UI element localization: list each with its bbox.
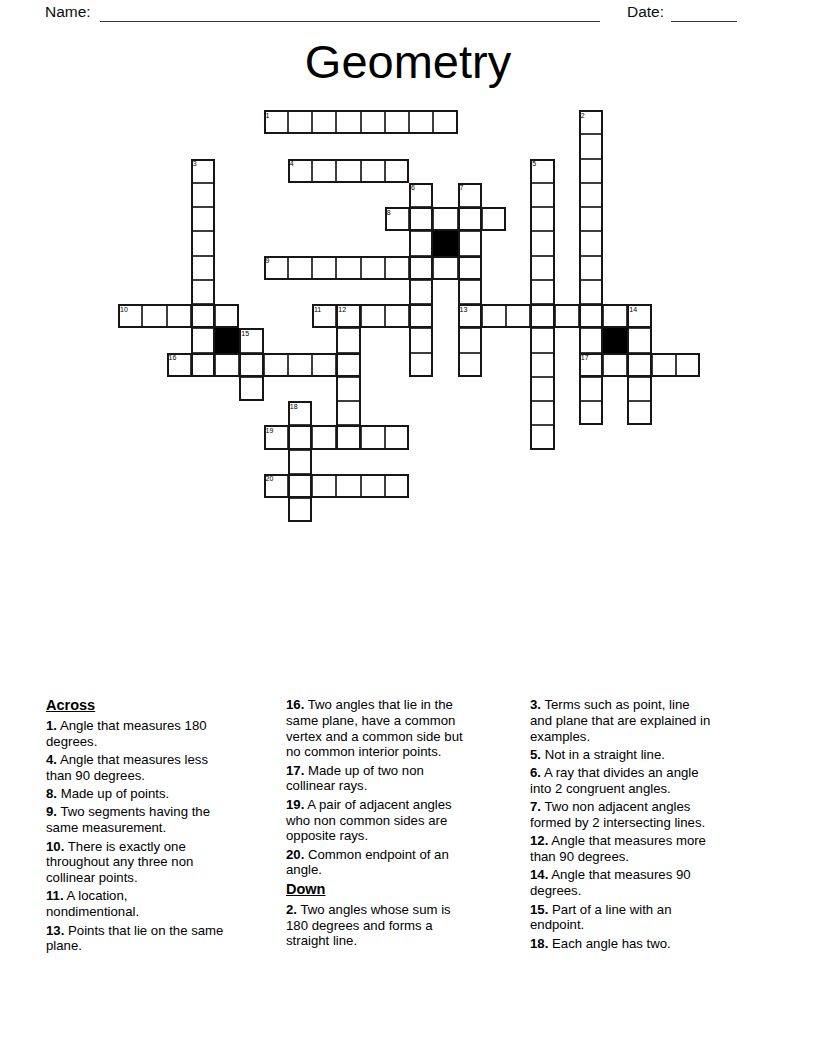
black-cell	[603, 328, 627, 352]
grid-cell[interactable]	[676, 353, 700, 377]
clue-text: Angle that measures less than 90 degrees…	[46, 752, 208, 783]
clue-text: Made up of points.	[57, 786, 169, 801]
name-blank-line	[100, 21, 600, 22]
clue-text: Not in a straight line.	[541, 747, 665, 762]
clue-number-label: 15.	[530, 902, 548, 917]
grid-cell[interactable]	[385, 256, 409, 280]
crossword-grid[interactable]: 1234567891011121314151617181920	[118, 110, 701, 523]
clue-number-label: 16.	[286, 697, 304, 712]
grid-cell[interactable]	[361, 159, 385, 183]
clue-number-label: 8.	[46, 786, 57, 801]
grid-cell[interactable]	[312, 256, 336, 280]
grid-cell[interactable]	[458, 231, 482, 255]
grid-cell[interactable]	[530, 231, 554, 255]
clue-text: Angle that measures 90 degrees.	[530, 867, 691, 898]
grid-cell[interactable]	[409, 304, 433, 328]
grid-cell[interactable]	[288, 425, 312, 449]
grid-cell[interactable]	[288, 110, 312, 134]
grid-cell[interactable]	[336, 401, 360, 425]
grid-cell[interactable]	[167, 353, 191, 377]
grid-cell[interactable]	[385, 110, 409, 134]
grid-cell[interactable]	[409, 328, 433, 352]
grid-cell[interactable]	[312, 353, 336, 377]
clue-number-label: 2.	[286, 902, 297, 917]
grid-cell[interactable]	[530, 280, 554, 304]
grid-cell[interactable]	[458, 256, 482, 280]
clues-heading-down: Down	[286, 881, 522, 898]
grid-cell[interactable]	[458, 207, 482, 231]
grid-cell[interactable]	[361, 425, 385, 449]
clue-item-15: 15. Part of a line with an endpoint.	[530, 902, 766, 934]
grid-cell[interactable]	[530, 207, 554, 231]
clue-text: Each angle has two.	[548, 936, 670, 951]
grid-cell[interactable]	[191, 159, 215, 183]
grid-cell[interactable]	[627, 401, 651, 425]
grid-cell[interactable]	[579, 401, 603, 425]
black-cell	[215, 328, 239, 352]
clue-item-18: 18. Each angle has two.	[530, 936, 766, 952]
grid-cell[interactable]	[409, 110, 433, 134]
clue-text: Common endpoint of an angle.	[286, 847, 449, 878]
grid-cell[interactable]	[191, 207, 215, 231]
clue-number-label: 13.	[46, 923, 64, 938]
grid-cell[interactable]	[530, 401, 554, 425]
date-label: Date:	[627, 3, 664, 21]
clue-item-8: 8. Made up of points.	[46, 786, 282, 802]
clue-text: Angle that measures 180 degrees.	[46, 718, 207, 749]
grid-cell[interactable]	[385, 425, 409, 449]
grid-cell[interactable]	[579, 110, 603, 134]
clue-column-1: Across1. Angle that measures 180 degrees…	[46, 697, 282, 957]
grid-cell[interactable]	[385, 159, 409, 183]
clue-number-label: 17.	[286, 763, 304, 778]
grid-cell[interactable]	[288, 256, 312, 280]
clue-text: Made up of two non collinear rays.	[286, 763, 424, 794]
grid-cell[interactable]	[579, 353, 603, 377]
grid-cell[interactable]	[361, 304, 385, 328]
grid-cell[interactable]	[264, 474, 288, 498]
clue-number-label: 20.	[286, 847, 304, 862]
grid-cell[interactable]	[579, 134, 603, 158]
grid-cell[interactable]	[530, 159, 554, 183]
clue-number-label: 19.	[286, 797, 304, 812]
grid-cell[interactable]	[579, 231, 603, 255]
grid-cell[interactable]	[336, 377, 360, 401]
clue-text: There is exactly one throughout any thre…	[46, 839, 193, 886]
grid-cell[interactable]	[385, 207, 409, 231]
grid-cell[interactable]	[458, 304, 482, 328]
clue-item-20: 20. Common endpoint of an angle.	[286, 847, 522, 879]
grid-cell[interactable]	[433, 207, 457, 231]
clue-text: Two non adjacent angles formed by 2 inte…	[530, 799, 705, 830]
grid-cell[interactable]	[142, 304, 166, 328]
grid-cell[interactable]	[603, 353, 627, 377]
grid-cell[interactable]	[215, 353, 239, 377]
grid-cell[interactable]	[264, 110, 288, 134]
grid-cell[interactable]	[361, 474, 385, 498]
grid-cell[interactable]	[191, 328, 215, 352]
grid-cell[interactable]	[288, 450, 312, 474]
clue-column-2: 16. Two angles that lie in the same plan…	[286, 697, 522, 952]
grid-cell[interactable]	[215, 304, 239, 328]
grid-cell[interactable]	[627, 328, 651, 352]
grid-cell[interactable]	[530, 328, 554, 352]
grid-cell[interactable]	[288, 474, 312, 498]
grid-cell[interactable]	[191, 304, 215, 328]
grid-cell[interactable]	[336, 474, 360, 498]
grid-cell[interactable]	[361, 110, 385, 134]
page-title: Geometry	[0, 34, 816, 89]
grid-cell[interactable]	[530, 377, 554, 401]
grid-cell[interactable]	[167, 304, 191, 328]
clue-number-label: 9.	[46, 804, 57, 819]
grid-cell[interactable]	[191, 256, 215, 280]
grid-cell[interactable]	[336, 328, 360, 352]
grid-cell[interactable]	[409, 183, 433, 207]
grid-cell[interactable]	[409, 280, 433, 304]
clue-text: Two segments having the same measurement…	[46, 804, 210, 835]
grid-cell[interactable]	[409, 353, 433, 377]
grid-cell[interactable]	[579, 183, 603, 207]
grid-cell[interactable]	[191, 280, 215, 304]
clue-text: Angle that measures more than 90 degrees…	[530, 833, 706, 864]
clue-item-9: 9. Two segments having the same measurem…	[46, 804, 282, 836]
grid-cell[interactable]	[288, 353, 312, 377]
grid-cell[interactable]	[579, 280, 603, 304]
grid-cell[interactable]	[627, 304, 651, 328]
clue-text: Two angles that lie in the same plane, h…	[286, 697, 463, 759]
clue-text: A pair of adjacent angles who non common…	[286, 797, 452, 844]
grid-cell[interactable]	[409, 256, 433, 280]
clue-number-label: 3.	[530, 697, 541, 712]
grid-cell[interactable]	[336, 256, 360, 280]
grid-cell[interactable]	[530, 425, 554, 449]
date-blank-line	[671, 21, 737, 22]
grid-cell[interactable]	[530, 304, 554, 328]
clue-text: Two angles whose sum is 180 degrees and …	[286, 902, 451, 949]
grid-cell[interactable]	[409, 231, 433, 255]
grid-cell[interactable]	[191, 231, 215, 255]
grid-cell[interactable]	[239, 353, 263, 377]
grid-cell[interactable]	[191, 353, 215, 377]
grid-cell[interactable]	[336, 425, 360, 449]
grid-cell[interactable]	[239, 328, 263, 352]
clue-item-4: 4. Angle that measures less than 90 degr…	[46, 752, 282, 784]
clue-item-1: 1. Angle that measures 180 degrees.	[46, 718, 282, 750]
grid-cell[interactable]	[409, 207, 433, 231]
grid-cell[interactable]	[458, 183, 482, 207]
grid-cell[interactable]	[555, 304, 579, 328]
grid-cell[interactable]	[264, 353, 288, 377]
grid-cell[interactable]	[433, 110, 457, 134]
grid-cell[interactable]	[385, 474, 409, 498]
grid-cell[interactable]	[312, 159, 336, 183]
grid-cell[interactable]	[336, 159, 360, 183]
grid-cell[interactable]	[579, 304, 603, 328]
grid-cell[interactable]	[579, 328, 603, 352]
grid-cell[interactable]	[579, 256, 603, 280]
clue-item-12: 12. Angle that measures more than 90 deg…	[530, 833, 766, 865]
clue-column-3: 3. Terms such as point, line and plane t…	[530, 697, 766, 954]
crossword-worksheet: Name: Date: Geometry 1234567891011121314…	[0, 0, 816, 1056]
name-label: Name:	[45, 3, 91, 21]
grid-cell[interactable]	[191, 183, 215, 207]
grid-cell[interactable]	[652, 353, 676, 377]
grid-cell[interactable]	[312, 110, 336, 134]
clue-number-label: 11.	[46, 888, 64, 903]
clue-text: Points that lie on the same plane.	[46, 923, 223, 954]
clue-item-14: 14. Angle that measures 90 degrees.	[530, 867, 766, 899]
grid-cell[interactable]	[264, 256, 288, 280]
clue-text: Part of a line with an endpoint.	[530, 902, 672, 933]
grid-cell[interactable]	[336, 110, 360, 134]
clue-number-label: 5.	[530, 747, 541, 762]
clue-number-label: 10.	[46, 839, 64, 854]
grid-cell[interactable]	[288, 159, 312, 183]
grid-cell[interactable]	[530, 256, 554, 280]
clue-item-16: 16. Two angles that lie in the same plan…	[286, 697, 522, 760]
clue-number-label: 6.	[530, 765, 541, 780]
grid-cell[interactable]	[458, 328, 482, 352]
grid-cell[interactable]	[530, 183, 554, 207]
clue-number-label: 14.	[530, 867, 548, 882]
grid-cell[interactable]	[288, 401, 312, 425]
clue-item-10: 10. There is exactly one throughout any …	[46, 839, 282, 886]
clue-item-19: 19. A pair of adjacent angles who non co…	[286, 797, 522, 844]
clue-text: Terms such as point, line and plane that…	[530, 697, 710, 744]
clue-item-17: 17. Made up of two non collinear rays.	[286, 763, 522, 795]
grid-cell[interactable]	[458, 280, 482, 304]
clue-item-7: 7. Two non adjacent angles formed by 2 i…	[530, 799, 766, 831]
grid-cell[interactable]	[118, 304, 142, 328]
grid-cell[interactable]	[579, 377, 603, 401]
grid-cell[interactable]	[312, 304, 336, 328]
grid-cell[interactable]	[264, 425, 288, 449]
clue-number-label: 4.	[46, 752, 57, 767]
clue-number-label: 1.	[46, 718, 57, 733]
grid-cell[interactable]	[482, 207, 506, 231]
grid-cell[interactable]	[312, 425, 336, 449]
grid-cell[interactable]	[288, 498, 312, 522]
grid-cell[interactable]	[603, 304, 627, 328]
black-cell	[433, 231, 457, 255]
grid-cell[interactable]	[239, 377, 263, 401]
grid-cell[interactable]	[336, 353, 360, 377]
clue-item-3: 3. Terms such as point, line and plane t…	[530, 697, 766, 744]
grid-cell[interactable]	[312, 474, 336, 498]
clue-item-2: 2. Two angles whose sum is 180 degrees a…	[286, 902, 522, 949]
grid-cell[interactable]	[627, 377, 651, 401]
grid-cell[interactable]	[385, 304, 409, 328]
grid-cell[interactable]	[579, 207, 603, 231]
clue-number-label: 12.	[530, 833, 548, 848]
clue-number-label: 18.	[530, 936, 548, 951]
clue-text: A ray that divides an angle into 2 congr…	[530, 765, 699, 796]
clues-heading-across: Across	[46, 697, 282, 714]
grid-cell[interactable]	[336, 304, 360, 328]
grid-cell[interactable]	[482, 304, 506, 328]
clue-item-13: 13. Points that lie on the same plane.	[46, 923, 282, 955]
grid-cell[interactable]	[458, 353, 482, 377]
grid-cell[interactable]	[361, 256, 385, 280]
clue-item-5: 5. Not in a straight line.	[530, 747, 766, 763]
grid-cell[interactable]	[579, 159, 603, 183]
grid-cell[interactable]	[627, 353, 651, 377]
clue-item-11: 11. A location, nondimentional.	[46, 888, 282, 920]
grid-cell[interactable]	[506, 304, 530, 328]
clue-number-label: 7.	[530, 799, 541, 814]
grid-cell[interactable]	[530, 353, 554, 377]
clue-item-6: 6. A ray that divides an angle into 2 co…	[530, 765, 766, 797]
grid-cell[interactable]	[433, 256, 457, 280]
